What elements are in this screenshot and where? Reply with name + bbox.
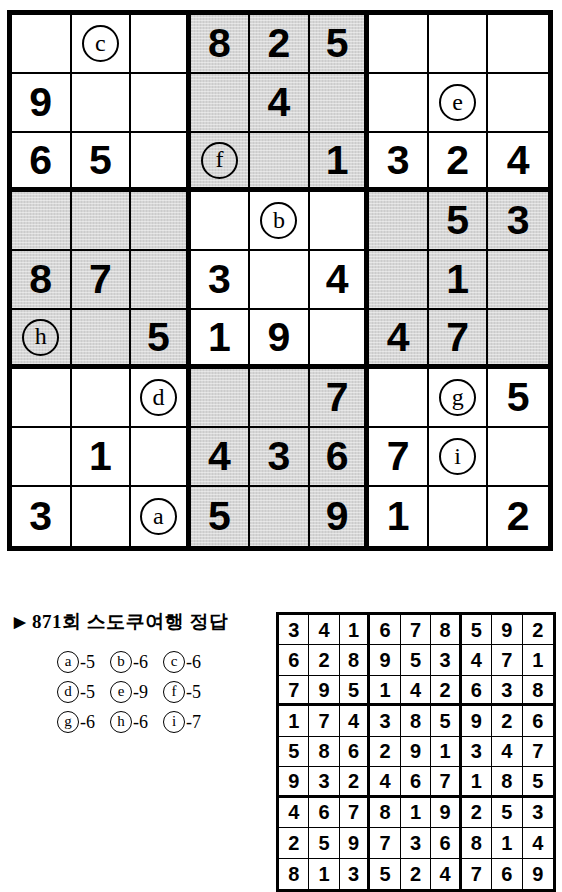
puzzle-cell-r8c1 <box>12 428 72 487</box>
answer-value: -5 <box>80 652 95 673</box>
answer-value: -7 <box>186 712 201 733</box>
puzzle-cell-r4c2 <box>72 192 132 251</box>
solution-cell-r7c1: 4 <box>279 798 309 828</box>
answer-item-b: b-6 <box>110 651 148 673</box>
puzzle-cell-r3c7: 3 <box>369 133 429 192</box>
answer-value: -5 <box>80 682 95 703</box>
puzzle-cell-r4c7 <box>369 192 429 251</box>
puzzle-cell-r9c6: 9 <box>310 487 370 546</box>
puzzle-cell-r7c3: d <box>131 369 191 428</box>
circled-letter-b: b <box>260 202 297 239</box>
solution-cell-r6c2: 3 <box>309 767 339 797</box>
solution-cell-r7c6: 9 <box>431 798 461 828</box>
answer-value: -6 <box>133 712 148 733</box>
puzzle-cell-r6c4: 1 <box>191 310 251 369</box>
solution-cell-r8c6: 6 <box>431 828 461 858</box>
puzzle-cell-r5c2: 7 <box>72 251 132 310</box>
puzzle-cell-r9c2 <box>72 487 132 546</box>
solution-cell-r3c7: 6 <box>462 676 492 706</box>
solution-cell-r6c1: 9 <box>279 767 309 797</box>
solution-cell-r8c4: 7 <box>370 828 400 858</box>
puzzle-cell-r2c2 <box>72 74 132 133</box>
puzzle-cell-r4c9: 3 <box>488 192 548 251</box>
solution-cell-r4c2: 7 <box>309 706 339 736</box>
solution-cell-r5c3: 6 <box>340 737 370 767</box>
answer-value: -6 <box>133 652 148 673</box>
solution-cell-r7c2: 6 <box>309 798 339 828</box>
solution-cell-r8c9: 4 <box>523 828 553 858</box>
solution-cell-r8c1: 2 <box>279 828 309 858</box>
puzzle-cell-r6c7: 4 <box>369 310 429 369</box>
puzzle-cell-r4c8: 5 <box>429 192 489 251</box>
sudoku-solution-grid: 3416785926289534717951426381743859265862… <box>276 612 556 892</box>
puzzle-cell-r8c6: 6 <box>310 428 370 487</box>
puzzle-cell-r9c3: a <box>131 487 191 546</box>
solution-cell-r4c8: 2 <box>492 706 522 736</box>
puzzle-cell-r9c4: 5 <box>191 487 251 546</box>
solution-cell-r6c9: 5 <box>523 767 553 797</box>
solution-cell-r2c4: 9 <box>370 645 400 675</box>
puzzle-cell-r2c1: 9 <box>12 74 72 133</box>
puzzle-cell-r8c3 <box>131 428 191 487</box>
solution-cell-r9c4: 5 <box>370 859 400 889</box>
puzzle-cell-r3c1: 6 <box>12 133 72 192</box>
puzzle-cell-r9c1: 3 <box>12 487 72 546</box>
puzzle-cell-r9c7: 1 <box>369 487 429 546</box>
answer-item-c: c-6 <box>163 651 201 673</box>
puzzle-cell-r7c2 <box>72 369 132 428</box>
solution-cell-r4c5: 8 <box>401 706 431 736</box>
circled-letter-c: c <box>82 25 119 62</box>
caption-text: 871회 스도쿠여행 정답 <box>32 611 229 632</box>
solution-cell-r2c9: 1 <box>523 645 553 675</box>
solution-cell-r4c1: 1 <box>279 706 309 736</box>
answer-key-list: a-5b-6c-6d-5e-9f-5g-6h-6i-7 <box>57 651 201 733</box>
solution-cell-r8c7: 8 <box>462 828 492 858</box>
puzzle-cell-r9c8 <box>429 487 489 546</box>
circled-letter-i: i <box>439 438 476 475</box>
solution-cell-r4c4: 3 <box>370 706 400 736</box>
puzzle-cell-r8c2: 1 <box>72 428 132 487</box>
puzzle-cell-r3c5 <box>250 133 310 192</box>
puzzle-cell-r2c4 <box>191 74 251 133</box>
puzzle-cell-r1c8 <box>429 15 489 74</box>
solution-cell-r7c5: 1 <box>401 798 431 828</box>
puzzle-cell-r9c5 <box>250 487 310 546</box>
puzzle-cell-r6c6 <box>310 310 370 369</box>
solution-cell-r3c3: 5 <box>340 676 370 706</box>
solution-cell-r2c6: 3 <box>431 645 461 675</box>
solution-cell-r7c9: 3 <box>523 798 553 828</box>
solution-cell-r7c8: 5 <box>492 798 522 828</box>
solution-cell-r3c2: 9 <box>309 676 339 706</box>
puzzle-cell-r4c5: b <box>250 192 310 251</box>
solution-cell-r5c7: 3 <box>462 737 492 767</box>
solution-cell-r4c9: 6 <box>523 706 553 736</box>
puzzle-cell-r5c8: 1 <box>429 251 489 310</box>
puzzle-cell-r7c8: g <box>429 369 489 428</box>
puzzle-cell-r4c6 <box>310 192 370 251</box>
solution-cell-r9c7: 7 <box>462 859 492 889</box>
solution-cell-r9c5: 2 <box>401 859 431 889</box>
puzzle-cell-r1c3 <box>131 15 191 74</box>
solution-cell-r3c6: 2 <box>431 676 461 706</box>
solution-cell-r3c8: 3 <box>492 676 522 706</box>
solution-cell-r1c7: 5 <box>462 615 492 645</box>
puzzle-cell-r3c6: 1 <box>310 133 370 192</box>
solution-cell-r9c3: 3 <box>340 859 370 889</box>
solution-cell-r2c8: 7 <box>492 645 522 675</box>
puzzle-cell-r8c4: 4 <box>191 428 251 487</box>
solution-cell-r9c2: 1 <box>309 859 339 889</box>
circled-letter-d: d <box>57 681 79 703</box>
circled-letter-c: c <box>163 651 185 673</box>
solution-cell-r1c4: 6 <box>370 615 400 645</box>
puzzle-cell-r3c3 <box>131 133 191 192</box>
solution-cell-r5c8: 4 <box>492 737 522 767</box>
solution-cell-r3c4: 1 <box>370 676 400 706</box>
puzzle-cell-r7c1 <box>12 369 72 428</box>
answer-item-h: h-6 <box>110 711 148 733</box>
solution-cell-r1c1: 3 <box>279 615 309 645</box>
puzzle-cell-r3c9: 4 <box>488 133 548 192</box>
solution-cell-r5c2: 8 <box>309 737 339 767</box>
answer-item-e: e-9 <box>110 681 148 703</box>
puzzle-cell-r5c5 <box>250 251 310 310</box>
puzzle-cell-r8c9 <box>488 428 548 487</box>
circled-letter-a: a <box>140 498 177 535</box>
puzzle-cell-r2c5: 4 <box>250 74 310 133</box>
answer-item-d: d-5 <box>57 681 95 703</box>
puzzle-cell-r3c4: f <box>191 133 251 192</box>
puzzle-cell-r1c4: 8 <box>191 15 251 74</box>
circled-letter-f: f <box>201 142 238 179</box>
solution-cell-r1c9: 2 <box>523 615 553 645</box>
solution-cell-r3c9: 8 <box>523 676 553 706</box>
puzzle-cell-r3c2: 5 <box>72 133 132 192</box>
solution-cell-r9c9: 9 <box>523 859 553 889</box>
solution-cell-r1c2: 4 <box>309 615 339 645</box>
solution-cell-r7c4: 8 <box>370 798 400 828</box>
solution-cell-r6c3: 2 <box>340 767 370 797</box>
puzzle-cell-r1c7 <box>369 15 429 74</box>
puzzle-cell-r8c8: i <box>429 428 489 487</box>
solution-cell-r8c3: 9 <box>340 828 370 858</box>
puzzle-cell-r6c1: h <box>12 310 72 369</box>
solution-cell-r8c8: 1 <box>492 828 522 858</box>
solution-cell-r7c3: 7 <box>340 798 370 828</box>
puzzle-cell-r6c8: 7 <box>429 310 489 369</box>
answer-value: -6 <box>80 712 95 733</box>
circled-letter-b: b <box>110 651 132 673</box>
answer-item-i: i-7 <box>163 711 201 733</box>
puzzle-cell-r2c6 <box>310 74 370 133</box>
answer-item-f: f-5 <box>163 681 201 703</box>
solution-cell-r7c7: 2 <box>462 798 492 828</box>
circled-letter-h: h <box>22 319 59 356</box>
solution-cell-r5c9: 7 <box>523 737 553 767</box>
puzzle-cell-r5c1: 8 <box>12 251 72 310</box>
puzzle-cell-r5c7 <box>369 251 429 310</box>
solution-cell-r4c7: 9 <box>462 706 492 736</box>
circled-letter-d: d <box>140 379 177 416</box>
circled-letter-e: e <box>110 681 132 703</box>
solution-cell-r5c6: 1 <box>431 737 461 767</box>
solution-cell-r2c5: 5 <box>401 645 431 675</box>
puzzle-cell-r5c6: 4 <box>310 251 370 310</box>
puzzle-cell-r4c3 <box>131 192 191 251</box>
puzzle-cell-r7c6: 7 <box>310 369 370 428</box>
solution-cell-r5c4: 2 <box>370 737 400 767</box>
circled-letter-g: g <box>439 379 476 416</box>
circled-letter-e: e <box>439 84 476 121</box>
circled-letter-g: g <box>57 711 79 733</box>
puzzle-cell-r9c9: 2 <box>488 487 548 546</box>
solution-cell-r9c8: 6 <box>492 859 522 889</box>
solution-cell-r9c1: 8 <box>279 859 309 889</box>
puzzle-cell-r6c3: 5 <box>131 310 191 369</box>
puzzle-cell-r7c7 <box>369 369 429 428</box>
sudoku-puzzle-grid: c82594e65f1324b5387341h51947d7g514367i3a… <box>7 10 553 551</box>
puzzle-cell-r3c8: 2 <box>429 133 489 192</box>
puzzle-cell-r4c4 <box>191 192 251 251</box>
answer-value: -6 <box>186 652 201 673</box>
solution-cell-r5c1: 5 <box>279 737 309 767</box>
puzzle-cell-r1c6: 5 <box>310 15 370 74</box>
solution-cell-r2c7: 4 <box>462 645 492 675</box>
solution-cell-r8c2: 5 <box>309 828 339 858</box>
puzzle-cell-r1c2: c <box>72 15 132 74</box>
answer-value: -5 <box>186 682 201 703</box>
solution-cell-r5c5: 9 <box>401 737 431 767</box>
solution-cell-r1c5: 7 <box>401 615 431 645</box>
puzzle-cell-r7c4 <box>191 369 251 428</box>
solution-cell-r1c3: 1 <box>340 615 370 645</box>
circled-letter-h: h <box>110 711 132 733</box>
puzzle-cell-r6c5: 9 <box>250 310 310 369</box>
solution-cell-r4c6: 5 <box>431 706 461 736</box>
answer-value: -9 <box>133 682 148 703</box>
solution-cell-r6c6: 7 <box>431 767 461 797</box>
puzzle-cell-r2c8: e <box>429 74 489 133</box>
solution-cell-r6c8: 8 <box>492 767 522 797</box>
solution-cell-r6c5: 6 <box>401 767 431 797</box>
solution-cell-r4c3: 4 <box>340 706 370 736</box>
triangle-marker: ▶ <box>14 614 26 630</box>
puzzle-cell-r5c4: 3 <box>191 251 251 310</box>
puzzle-cell-r2c9 <box>488 74 548 133</box>
solution-cell-r6c7: 1 <box>462 767 492 797</box>
answer-item-a: a-5 <box>57 651 95 673</box>
solution-cell-r2c1: 6 <box>279 645 309 675</box>
solution-cell-r9c6: 4 <box>431 859 461 889</box>
puzzle-cell-r4c1 <box>12 192 72 251</box>
puzzle-cell-r5c9 <box>488 251 548 310</box>
puzzle-cell-r1c1 <box>12 15 72 74</box>
puzzle-cell-r2c7 <box>369 74 429 133</box>
circled-letter-a: a <box>57 651 79 673</box>
solution-cell-r1c8: 9 <box>492 615 522 645</box>
solution-cell-r2c2: 2 <box>309 645 339 675</box>
solution-cell-r2c3: 8 <box>340 645 370 675</box>
puzzle-cell-r7c9: 5 <box>488 369 548 428</box>
circled-letter-f: f <box>163 681 185 703</box>
puzzle-cell-r6c9 <box>488 310 548 369</box>
solution-cell-r1c6: 8 <box>431 615 461 645</box>
solution-cell-r3c1: 7 <box>279 676 309 706</box>
puzzle-cell-r5c3 <box>131 251 191 310</box>
answer-item-g: g-6 <box>57 711 95 733</box>
puzzle-cell-r1c9 <box>488 15 548 74</box>
circled-letter-i: i <box>163 711 185 733</box>
puzzle-cell-r2c3 <box>131 74 191 133</box>
puzzle-cell-r6c2 <box>72 310 132 369</box>
solution-cell-r3c5: 4 <box>401 676 431 706</box>
solution-cell-r8c5: 3 <box>401 828 431 858</box>
answer-caption: ▶871회 스도쿠여행 정답 <box>14 609 229 635</box>
solution-cell-r6c4: 4 <box>370 767 400 797</box>
puzzle-cell-r1c5: 2 <box>250 15 310 74</box>
puzzle-cell-r8c7: 7 <box>369 428 429 487</box>
puzzle-cell-r7c5 <box>250 369 310 428</box>
puzzle-cell-r8c5: 3 <box>250 428 310 487</box>
